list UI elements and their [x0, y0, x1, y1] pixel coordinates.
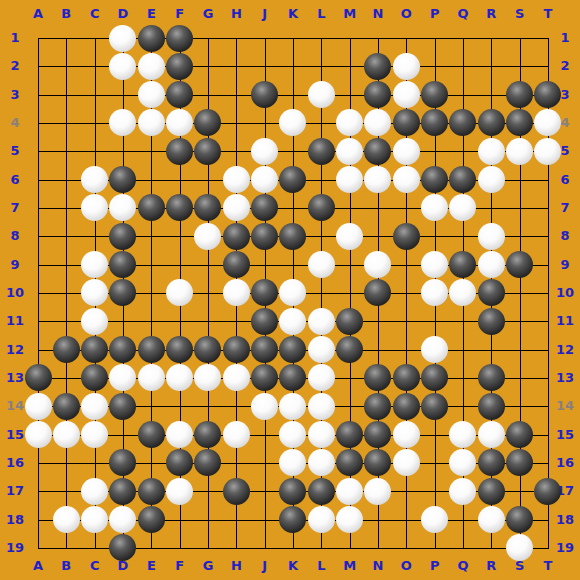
row-label-left: 8 — [4, 226, 26, 246]
row-label-right: 1 — [554, 28, 576, 48]
black-stone-M11[interactable] — [336, 308, 363, 335]
black-stone-J8[interactable] — [251, 223, 278, 250]
column-label-top: T — [537, 4, 559, 24]
white-stone-D1[interactable] — [109, 25, 136, 52]
white-stone-O6[interactable] — [393, 166, 420, 193]
white-stone-O15[interactable] — [393, 421, 420, 448]
row-label-left: 11 — [4, 311, 26, 331]
row-label-right: 6 — [554, 170, 576, 190]
black-stone-A13[interactable] — [25, 364, 52, 391]
white-stone-O2[interactable] — [393, 53, 420, 80]
black-stone-R11[interactable] — [478, 308, 505, 335]
row-label-left: 16 — [4, 453, 26, 473]
white-stone-R18[interactable] — [478, 506, 505, 533]
row-label-left: 6 — [4, 170, 26, 190]
black-stone-P14[interactable] — [421, 393, 448, 420]
column-label-bottom: Q — [452, 556, 474, 576]
column-label-top: N — [367, 4, 389, 24]
column-label-top: L — [310, 4, 332, 24]
white-stone-A14[interactable] — [25, 393, 52, 420]
column-label-top: F — [169, 4, 191, 24]
white-stone-L11[interactable] — [308, 308, 335, 335]
white-stone-J14[interactable] — [251, 393, 278, 420]
black-stone-L5[interactable] — [308, 138, 335, 165]
row-label-left: 14 — [4, 396, 26, 416]
white-stone-L14[interactable] — [308, 393, 335, 420]
black-stone-L17[interactable] — [308, 478, 335, 505]
row-label-left: 15 — [4, 425, 26, 445]
column-label-top: P — [424, 4, 446, 24]
row-label-left: 18 — [4, 510, 26, 530]
black-stone-O8[interactable] — [393, 223, 420, 250]
column-label-bottom: B — [55, 556, 77, 576]
white-stone-J5[interactable] — [251, 138, 278, 165]
black-stone-E12[interactable] — [138, 336, 165, 363]
row-label-left: 3 — [4, 85, 26, 105]
column-label-bottom: O — [395, 556, 417, 576]
black-stone-O14[interactable] — [393, 393, 420, 420]
column-label-bottom: L — [310, 556, 332, 576]
row-label-left: 4 — [4, 113, 26, 133]
row-label-right: 2 — [554, 56, 576, 76]
white-stone-H15[interactable] — [223, 421, 250, 448]
row-label-left: 7 — [4, 198, 26, 218]
white-stone-E2[interactable] — [138, 53, 165, 80]
row-label-left: 19 — [4, 538, 26, 558]
row-label-left: 9 — [4, 255, 26, 275]
black-stone-B14[interactable] — [53, 393, 80, 420]
column-label-top: E — [140, 4, 162, 24]
column-label-top: H — [225, 4, 247, 24]
white-stone-O5[interactable] — [393, 138, 420, 165]
row-label-left: 1 — [4, 28, 26, 48]
white-stone-R15[interactable] — [478, 421, 505, 448]
column-label-top: S — [509, 4, 531, 24]
white-stone-F17[interactable] — [166, 478, 193, 505]
white-stone-E3[interactable] — [138, 81, 165, 108]
row-label-right: 14 — [554, 396, 576, 416]
row-label-right: 10 — [554, 283, 576, 303]
column-label-bottom: H — [225, 556, 247, 576]
white-stone-M8[interactable] — [336, 223, 363, 250]
column-label-top: C — [84, 4, 106, 24]
column-label-bottom: J — [254, 556, 276, 576]
black-stone-H12[interactable] — [223, 336, 250, 363]
white-stone-C17[interactable] — [81, 478, 108, 505]
white-stone-L18[interactable] — [308, 506, 335, 533]
column-label-bottom: K — [282, 556, 304, 576]
row-label-right: 16 — [554, 453, 576, 473]
column-label-bottom: N — [367, 556, 389, 576]
white-stone-L15[interactable] — [308, 421, 335, 448]
column-label-top: R — [480, 4, 502, 24]
black-stone-B12[interactable] — [53, 336, 80, 363]
black-stone-H17[interactable] — [223, 478, 250, 505]
row-label-left: 12 — [4, 340, 26, 360]
white-stone-B15[interactable] — [53, 421, 80, 448]
white-stone-L12[interactable] — [308, 336, 335, 363]
column-label-bottom: T — [537, 556, 559, 576]
column-label-bottom: M — [339, 556, 361, 576]
white-stone-R8[interactable] — [478, 223, 505, 250]
row-label-left: 17 — [4, 481, 26, 501]
row-label-right: 18 — [554, 510, 576, 530]
black-stone-R14[interactable] — [478, 393, 505, 420]
column-label-top: J — [254, 4, 276, 24]
go-board-screenshot: AABBCCDDEEFFGGHHJJKKLLMMNNOOPPQQRRSSTT11… — [0, 0, 580, 580]
column-label-top: K — [282, 4, 304, 24]
column-label-top: Q — [452, 4, 474, 24]
white-stone-H6[interactable] — [223, 166, 250, 193]
black-stone-E18[interactable] — [138, 506, 165, 533]
black-stone-E1[interactable] — [138, 25, 165, 52]
row-label-left: 10 — [4, 283, 26, 303]
black-stone-H9[interactable] — [223, 251, 250, 278]
column-label-top: A — [27, 4, 49, 24]
row-label-left: 13 — [4, 368, 26, 388]
column-label-top: B — [55, 4, 77, 24]
black-stone-F1[interactable] — [166, 25, 193, 52]
row-label-right: 12 — [554, 340, 576, 360]
black-stone-F2[interactable] — [166, 53, 193, 80]
row-label-right: 7 — [554, 198, 576, 218]
row-label-right: 8 — [554, 226, 576, 246]
column-label-bottom: P — [424, 556, 446, 576]
column-label-top: G — [197, 4, 219, 24]
white-stone-R9[interactable] — [478, 251, 505, 278]
white-stone-O3[interactable] — [393, 81, 420, 108]
white-stone-C14[interactable] — [81, 393, 108, 420]
row-label-right: 9 — [554, 255, 576, 275]
column-label-bottom: C — [84, 556, 106, 576]
white-stone-S5[interactable] — [506, 138, 533, 165]
white-stone-L9[interactable] — [308, 251, 335, 278]
row-label-right: 13 — [554, 368, 576, 388]
black-stone-E15[interactable] — [138, 421, 165, 448]
row-label-right: 11 — [554, 311, 576, 331]
row-label-right: 15 — [554, 425, 576, 445]
black-stone-R17[interactable] — [478, 478, 505, 505]
white-stone-A15[interactable] — [25, 421, 52, 448]
row-label-left: 2 — [4, 56, 26, 76]
white-stone-M17[interactable] — [336, 478, 363, 505]
column-label-bottom: E — [140, 556, 162, 576]
column-label-top: M — [339, 4, 361, 24]
column-label-top: D — [112, 4, 134, 24]
column-label-bottom: A — [27, 556, 49, 576]
black-stone-J11[interactable] — [251, 308, 278, 335]
row-label-left: 5 — [4, 141, 26, 161]
row-label-right: 19 — [554, 538, 576, 558]
white-stone-R5[interactable] — [478, 138, 505, 165]
white-stone-R6[interactable] — [478, 166, 505, 193]
column-label-bottom: F — [169, 556, 191, 576]
column-label-top: O — [395, 4, 417, 24]
black-stone-H8[interactable] — [223, 223, 250, 250]
white-stone-B18[interactable] — [53, 506, 80, 533]
white-stone-M5[interactable] — [336, 138, 363, 165]
white-stone-C11[interactable] — [81, 308, 108, 335]
column-label-bottom: G — [197, 556, 219, 576]
black-stone-E17[interactable] — [138, 478, 165, 505]
column-label-bottom: R — [480, 556, 502, 576]
white-stone-L3[interactable] — [308, 81, 335, 108]
black-stone-F5[interactable] — [166, 138, 193, 165]
